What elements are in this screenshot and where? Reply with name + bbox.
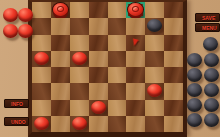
red-king[interactable] bbox=[53, 3, 68, 16]
square-r0c2[interactable] bbox=[70, 2, 89, 18]
captured-black-piece bbox=[204, 98, 219, 112]
board-frame bbox=[28, 0, 187, 137]
square-r3c1[interactable] bbox=[51, 51, 70, 67]
info-button[interactable]: INFO bbox=[4, 99, 29, 108]
square-r7c0[interactable] bbox=[32, 116, 51, 132]
captured-black-piece bbox=[204, 113, 219, 127]
square-r5c7[interactable] bbox=[164, 83, 183, 99]
square-r7c4[interactable] bbox=[108, 116, 127, 132]
red-man[interactable] bbox=[72, 52, 87, 65]
square-r1c4[interactable] bbox=[108, 18, 127, 34]
square-r7c5[interactable] bbox=[126, 116, 145, 132]
red-man[interactable] bbox=[147, 84, 162, 97]
captured-red-piece bbox=[18, 24, 33, 38]
square-r3c5[interactable] bbox=[126, 51, 145, 67]
square-r5c6[interactable] bbox=[145, 83, 164, 99]
menu-button[interactable]: MENU bbox=[195, 23, 220, 32]
square-r3c3[interactable] bbox=[89, 51, 108, 67]
square-r2c0[interactable] bbox=[32, 35, 51, 51]
square-r6c0[interactable] bbox=[32, 100, 51, 116]
square-r5c5[interactable] bbox=[126, 83, 145, 99]
square-r6c7[interactable] bbox=[164, 100, 183, 116]
undo-button[interactable]: UNDO bbox=[4, 117, 29, 126]
red-man[interactable] bbox=[72, 117, 87, 130]
red-man[interactable] bbox=[34, 117, 49, 130]
save-button[interactable]: SAVE bbox=[195, 13, 220, 22]
square-r2c7[interactable] bbox=[164, 35, 183, 51]
square-r2c5[interactable] bbox=[126, 35, 145, 51]
square-r7c1[interactable] bbox=[51, 116, 70, 132]
captured-red-piece bbox=[18, 8, 33, 22]
board-grid bbox=[32, 2, 183, 132]
square-r7c2[interactable] bbox=[70, 116, 89, 132]
square-r6c1[interactable] bbox=[51, 100, 70, 116]
square-r1c6[interactable] bbox=[145, 18, 164, 34]
game-screen: SAVE MENU INFO UNDO bbox=[0, 0, 220, 137]
square-r4c1[interactable] bbox=[51, 67, 70, 83]
square-r5c1[interactable] bbox=[51, 83, 70, 99]
square-r0c4[interactable] bbox=[108, 2, 127, 18]
square-r2c2[interactable] bbox=[70, 35, 89, 51]
captured-red-piece bbox=[3, 24, 18, 38]
square-r4c7[interactable] bbox=[164, 67, 183, 83]
square-r4c3[interactable] bbox=[89, 67, 108, 83]
square-r4c5[interactable] bbox=[126, 67, 145, 83]
square-r1c5[interactable] bbox=[126, 18, 145, 34]
black-man[interactable] bbox=[147, 19, 162, 32]
square-r0c6[interactable] bbox=[145, 2, 164, 18]
square-r7c3[interactable] bbox=[89, 116, 108, 132]
square-r5c4[interactable] bbox=[108, 83, 127, 99]
captured-black-piece bbox=[204, 53, 219, 67]
square-r5c0[interactable] bbox=[32, 83, 51, 99]
square-r1c1[interactable] bbox=[51, 18, 70, 34]
square-r0c0[interactable] bbox=[32, 2, 51, 18]
square-r1c2[interactable] bbox=[70, 18, 89, 34]
square-r2c3[interactable] bbox=[89, 35, 108, 51]
square-r1c0[interactable] bbox=[32, 18, 51, 34]
square-r0c1[interactable] bbox=[51, 2, 70, 18]
square-r6c4[interactable] bbox=[108, 100, 127, 116]
square-r7c6[interactable] bbox=[145, 116, 164, 132]
red-man[interactable] bbox=[34, 52, 49, 65]
square-r5c2[interactable] bbox=[70, 83, 89, 99]
square-r6c2[interactable] bbox=[70, 100, 89, 116]
square-r6c3[interactable] bbox=[89, 100, 108, 116]
captured-red-piece bbox=[3, 8, 18, 22]
square-r4c6[interactable] bbox=[145, 67, 164, 83]
square-r1c3[interactable] bbox=[89, 18, 108, 34]
square-r2c4[interactable] bbox=[108, 35, 127, 51]
square-r0c5[interactable] bbox=[126, 2, 145, 18]
square-r7c7[interactable] bbox=[164, 116, 183, 132]
captured-black-piece bbox=[187, 68, 202, 82]
captured-black-piece bbox=[187, 98, 202, 112]
captured-black-piece bbox=[204, 83, 219, 97]
square-r5c3[interactable] bbox=[89, 83, 108, 99]
square-r4c0[interactable] bbox=[32, 67, 51, 83]
square-r0c3[interactable] bbox=[89, 2, 108, 18]
square-r0c7[interactable] bbox=[164, 2, 183, 18]
square-r3c7[interactable] bbox=[164, 51, 183, 67]
captured-black-piece bbox=[187, 53, 202, 67]
square-r6c5[interactable] bbox=[126, 100, 145, 116]
square-r3c4[interactable] bbox=[108, 51, 127, 67]
move-cursor-icon bbox=[132, 38, 140, 46]
square-r3c2[interactable] bbox=[70, 51, 89, 67]
square-r3c0[interactable] bbox=[32, 51, 51, 67]
square-r4c4[interactable] bbox=[108, 67, 127, 83]
red-man[interactable] bbox=[91, 101, 106, 114]
square-r1c7[interactable] bbox=[164, 18, 183, 34]
captured-black-piece bbox=[204, 68, 219, 82]
red-king[interactable] bbox=[128, 3, 143, 16]
square-r4c2[interactable] bbox=[70, 67, 89, 83]
square-r3c6[interactable] bbox=[145, 51, 164, 67]
captured-black-piece bbox=[187, 83, 202, 97]
captured-black-piece bbox=[203, 37, 218, 51]
square-r2c1[interactable] bbox=[51, 35, 70, 51]
captured-black-piece bbox=[187, 113, 202, 127]
square-r6c6[interactable] bbox=[145, 100, 164, 116]
square-r2c6[interactable] bbox=[145, 35, 164, 51]
